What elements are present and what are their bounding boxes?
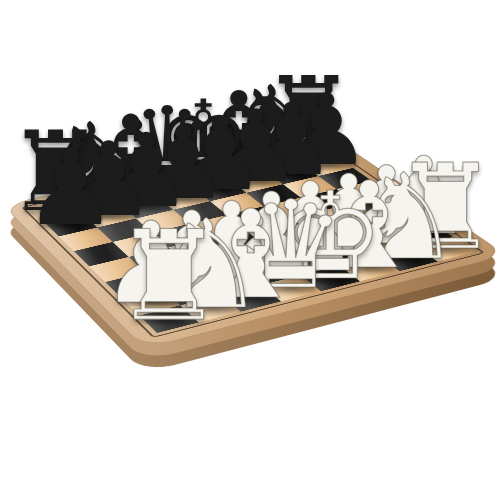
pieces-layer: ♜♞♝♛♚♝♞♜♟♟♟♟♟♟♟♟♟♟♟♟♟♟♟♟♜♞♝♛♚♝♞♜ [0,0,500,500]
piece-white-rook: ♜ [113,213,224,337]
product-photo-scene: ♜♞♝♛♚♝♞♜♟♟♟♟♟♟♟♟♟♟♟♟♟♟♟♟♜♞♝♛♚♝♞♜ [0,0,500,500]
